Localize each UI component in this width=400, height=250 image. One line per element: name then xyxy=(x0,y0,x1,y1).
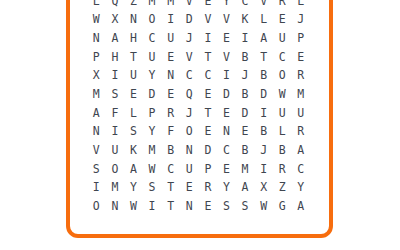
grid-cell[interactable]: O xyxy=(180,123,199,142)
grid-cell[interactable]: U xyxy=(292,104,311,123)
grid-cell[interactable]: E xyxy=(217,104,236,123)
grid-cell[interactable]: M xyxy=(106,179,125,198)
grid-cell[interactable]: V xyxy=(180,0,199,11)
grid-cell[interactable]: V xyxy=(254,0,273,11)
grid-cell[interactable]: S xyxy=(143,179,162,198)
grid-cell[interactable]: W xyxy=(273,85,292,104)
grid-cell[interactable]: S xyxy=(106,85,125,104)
grid-cell[interactable]: Y xyxy=(124,179,143,198)
grid-cell[interactable]: B xyxy=(236,142,255,161)
grid-cell[interactable]: M xyxy=(87,85,106,104)
grid-cell[interactable]: A xyxy=(292,198,311,217)
grid-cell[interactable]: M xyxy=(143,142,162,161)
grid-cell[interactable]: R xyxy=(199,179,218,198)
grid-cell[interactable]: M xyxy=(292,85,311,104)
grid-cell[interactable]: I xyxy=(199,29,218,48)
grid-cell[interactable]: M xyxy=(161,0,180,11)
grid-cell[interactable]: I xyxy=(106,67,125,86)
grid-cell[interactable]: J xyxy=(292,11,311,30)
grid-cell[interactable]: E xyxy=(217,160,236,179)
grid-cell[interactable]: E xyxy=(161,85,180,104)
grid-cell[interactable]: W xyxy=(143,160,162,179)
grid-cell[interactable]: Z xyxy=(124,0,143,11)
grid-cell[interactable]: C xyxy=(236,0,255,11)
grid-cell[interactable]: D xyxy=(199,142,218,161)
grid-cell[interactable]: E xyxy=(124,85,143,104)
grid-cell[interactable]: K xyxy=(236,11,255,30)
grid-cell[interactable]: F xyxy=(106,104,125,123)
grid-cell[interactable]: D xyxy=(143,85,162,104)
grid-cell[interactable]: X xyxy=(87,67,106,86)
grid-cell[interactable]: L xyxy=(124,104,143,123)
grid-cell[interactable]: B xyxy=(161,142,180,161)
grid-cell[interactable]: J xyxy=(180,29,199,48)
grid-cell[interactable]: X xyxy=(254,179,273,198)
grid-cell[interactable]: E xyxy=(199,198,218,217)
grid-cell[interactable]: Y xyxy=(217,179,236,198)
grid-cell[interactable]: B xyxy=(236,85,255,104)
grid-cell[interactable]: A xyxy=(292,142,311,161)
grid-cell[interactable]: T xyxy=(161,198,180,217)
grid-cell[interactable]: U xyxy=(180,160,199,179)
grid-cell[interactable]: Y xyxy=(143,67,162,86)
grid-cell[interactable]: B xyxy=(254,123,273,142)
word-search-board: LQZMMVEYCVRLWXNOIDVVKLEJNAHCUJIEIAUPPHTU… xyxy=(66,0,333,238)
grid-cell[interactable]: Z xyxy=(273,179,292,198)
grid-cell[interactable]: E xyxy=(292,48,311,67)
grid-cell[interactable]: N xyxy=(217,123,236,142)
grid-cell[interactable]: B xyxy=(236,48,255,67)
grid-cell[interactable]: B xyxy=(254,67,273,86)
grid-cell[interactable]: C xyxy=(199,67,218,86)
grid-cell[interactable]: U xyxy=(106,142,125,161)
grid-cell[interactable]: C xyxy=(217,142,236,161)
grid-cell[interactable]: R xyxy=(292,67,311,86)
grid-cell[interactable]: O xyxy=(106,160,125,179)
grid-cell[interactable]: E xyxy=(236,123,255,142)
grid-cell[interactable]: G xyxy=(273,198,292,217)
grid-cell[interactable]: P xyxy=(292,29,311,48)
grid-cell[interactable]: A xyxy=(124,160,143,179)
grid-cell[interactable]: U xyxy=(124,67,143,86)
grid-cell[interactable]: Y xyxy=(143,123,162,142)
grid-cell[interactable]: I xyxy=(217,67,236,86)
grid-cell[interactable]: N xyxy=(124,11,143,30)
grid-cell[interactable]: I xyxy=(254,104,273,123)
grid-cell[interactable]: C xyxy=(273,48,292,67)
grid-cell[interactable]: U xyxy=(161,29,180,48)
grid-cell[interactable]: U xyxy=(273,29,292,48)
grid-cell[interactable]: N xyxy=(180,142,199,161)
grid-cell[interactable]: E xyxy=(180,179,199,198)
grid-cell[interactable]: A xyxy=(106,29,125,48)
grid-cell[interactable]: J xyxy=(254,142,273,161)
grid-cell[interactable]: I xyxy=(254,160,273,179)
grid-cell[interactable]: T xyxy=(124,48,143,67)
grid-cell[interactable]: J xyxy=(236,67,255,86)
grid-cell[interactable]: J xyxy=(180,104,199,123)
grid-cell[interactable]: O xyxy=(143,11,162,30)
grid-cell[interactable]: C xyxy=(292,160,311,179)
grid-cell[interactable]: L xyxy=(273,123,292,142)
grid-cell[interactable]: I xyxy=(87,179,106,198)
grid-cell[interactable]: V xyxy=(217,48,236,67)
grid-cell[interactable]: T xyxy=(199,48,218,67)
grid-cell[interactable]: O xyxy=(87,198,106,217)
grid-cell[interactable]: R xyxy=(292,123,311,142)
grid-cell[interactable]: P xyxy=(87,48,106,67)
grid-cell[interactable]: I xyxy=(236,29,255,48)
grid-cell[interactable]: E xyxy=(199,0,218,11)
grid-cell[interactable]: Q xyxy=(180,85,199,104)
grid-cell[interactable]: M xyxy=(236,160,255,179)
grid-cell[interactable]: T xyxy=(199,104,218,123)
grid-cell[interactable]: R xyxy=(161,104,180,123)
grid-cell[interactable]: W xyxy=(87,11,106,30)
grid-cell[interactable]: V xyxy=(217,11,236,30)
grid-cell[interactable]: H xyxy=(124,29,143,48)
grid-cell[interactable]: R xyxy=(273,160,292,179)
grid-cell[interactable]: I xyxy=(143,198,162,217)
grid-cell[interactable]: U xyxy=(143,48,162,67)
grid-cell[interactable]: N xyxy=(87,123,106,142)
grid-cell[interactable]: V xyxy=(87,142,106,161)
grid-cell[interactable]: V xyxy=(180,48,199,67)
grid-cell[interactable]: P xyxy=(143,104,162,123)
grid-cell[interactable]: D xyxy=(236,104,255,123)
grid-cell[interactable]: V xyxy=(199,11,218,30)
grid-cell[interactable]: P xyxy=(199,160,218,179)
grid-cell[interactable]: E xyxy=(161,48,180,67)
grid-cell[interactable]: A xyxy=(236,179,255,198)
grid-cell[interactable]: Q xyxy=(106,0,125,11)
grid-cell[interactable]: T xyxy=(161,179,180,198)
grid-cell[interactable]: S xyxy=(236,198,255,217)
grid-cell[interactable]: Y xyxy=(217,0,236,11)
grid-cell[interactable]: W xyxy=(124,198,143,217)
grid-cell[interactable]: M xyxy=(143,0,162,11)
word-search-grid: LQZMMVEYCVRLWXNOIDVVKLEJNAHCUJIEIAUPPHTU… xyxy=(87,0,310,216)
grid-cell[interactable]: X xyxy=(106,11,125,30)
grid-cell[interactable]: W xyxy=(254,198,273,217)
page: LQZMMVEYCVRLWXNOIDVVKLEJNAHCUJIEIAUPPHTU… xyxy=(0,0,400,250)
grid-cell[interactable]: C xyxy=(143,29,162,48)
grid-cell[interactable]: T xyxy=(254,48,273,67)
grid-cell[interactable]: H xyxy=(106,48,125,67)
grid-cell[interactable]: D xyxy=(254,85,273,104)
grid-cell[interactable]: I xyxy=(106,123,125,142)
grid-cell[interactable]: O xyxy=(273,67,292,86)
grid-cell[interactable]: F xyxy=(161,123,180,142)
grid-cell[interactable]: B xyxy=(273,142,292,161)
grid-cell[interactable]: D xyxy=(180,11,199,30)
grid-cell[interactable]: L xyxy=(292,0,311,11)
grid-cell[interactable]: I xyxy=(161,11,180,30)
grid-cell[interactable]: R xyxy=(273,0,292,11)
grid-cell[interactable]: N xyxy=(87,29,106,48)
grid-cell[interactable]: Y xyxy=(292,179,311,198)
grid-cell[interactable]: E xyxy=(217,29,236,48)
grid-cell[interactable]: E xyxy=(199,123,218,142)
grid-cell[interactable]: L xyxy=(87,0,106,11)
grid-cell[interactable]: S xyxy=(87,160,106,179)
grid-cell[interactable]: A xyxy=(87,104,106,123)
grid-cell[interactable]: N xyxy=(180,198,199,217)
grid-cell[interactable]: L xyxy=(254,11,273,30)
grid-cell[interactable]: N xyxy=(106,198,125,217)
grid-cell[interactable]: S xyxy=(124,123,143,142)
grid-cell[interactable]: C xyxy=(180,67,199,86)
grid-cell[interactable]: A xyxy=(254,29,273,48)
grid-cell[interactable]: D xyxy=(217,85,236,104)
grid-cell[interactable]: C xyxy=(161,160,180,179)
grid-cell[interactable]: S xyxy=(217,198,236,217)
grid-cell[interactable]: E xyxy=(199,85,218,104)
grid-cell[interactable]: K xyxy=(124,142,143,161)
grid-cell[interactable]: N xyxy=(161,67,180,86)
grid-cell[interactable]: U xyxy=(273,104,292,123)
grid-cell[interactable]: E xyxy=(273,11,292,30)
